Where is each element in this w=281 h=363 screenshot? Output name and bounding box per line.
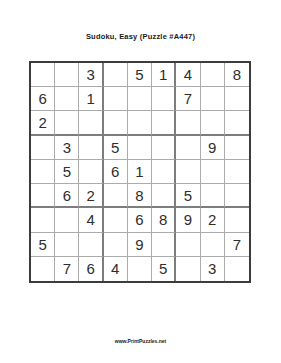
cell-r7c5: 6 <box>128 208 152 232</box>
cell-r6c2: 6 <box>55 184 79 208</box>
cell-r5c5: 1 <box>128 160 152 184</box>
cell-r3c1: 2 <box>31 111 55 135</box>
cell-r2c7: 7 <box>176 87 200 111</box>
print-page: Sudoku, Easy (Puzzle #A447) 351486172359… <box>0 0 281 363</box>
cell-r6c4 <box>104 184 128 208</box>
cell-r7c8: 2 <box>201 208 225 232</box>
cell-r9c3: 6 <box>79 257 103 281</box>
cell-r2c9 <box>225 87 249 111</box>
cell-r4c9 <box>225 136 249 160</box>
cell-r9c9 <box>225 257 249 281</box>
cell-r3c8 <box>201 111 225 135</box>
cell-r3c5 <box>128 111 152 135</box>
cell-r9c5 <box>128 257 152 281</box>
cell-r4c3 <box>79 136 103 160</box>
cell-r9c1 <box>31 257 55 281</box>
cell-r3c4 <box>104 111 128 135</box>
cell-r5c7 <box>176 160 200 184</box>
cell-r8c2 <box>55 233 79 257</box>
cell-r6c9 <box>225 184 249 208</box>
cell-r7c1 <box>31 208 55 232</box>
cell-r2c8 <box>201 87 225 111</box>
cell-r9c7 <box>176 257 200 281</box>
cell-r8c6 <box>152 233 176 257</box>
cell-r9c8: 3 <box>201 257 225 281</box>
cell-r6c5: 8 <box>128 184 152 208</box>
cell-r8c1: 5 <box>31 233 55 257</box>
footer-url: www.PrintPuzzles.net <box>0 338 281 344</box>
cell-r4c4: 5 <box>104 136 128 160</box>
cell-r1c7: 4 <box>176 63 200 87</box>
cell-r6c8 <box>201 184 225 208</box>
cell-r9c2: 7 <box>55 257 79 281</box>
cell-r2c5 <box>128 87 152 111</box>
cell-r3c2 <box>55 111 79 135</box>
cell-r1c9: 8 <box>225 63 249 87</box>
cell-r4c7 <box>176 136 200 160</box>
cell-r5c1 <box>31 160 55 184</box>
cell-r4c6 <box>152 136 176 160</box>
cell-r8c3 <box>79 233 103 257</box>
cell-r7c6: 8 <box>152 208 176 232</box>
cell-r1c3: 3 <box>79 63 103 87</box>
cell-r7c3: 4 <box>79 208 103 232</box>
cell-r1c4 <box>104 63 128 87</box>
cell-r6c1 <box>31 184 55 208</box>
cell-r3c7 <box>176 111 200 135</box>
cell-r9c4: 4 <box>104 257 128 281</box>
cell-r3c6 <box>152 111 176 135</box>
cell-r8c4 <box>104 233 128 257</box>
cell-r6c7: 5 <box>176 184 200 208</box>
cell-r1c8 <box>201 63 225 87</box>
cell-r9c6: 5 <box>152 257 176 281</box>
sudoku-board: 35148617235956162854689259776453 <box>29 61 251 283</box>
cell-r5c3 <box>79 160 103 184</box>
cell-r1c6: 1 <box>152 63 176 87</box>
cell-r5c8 <box>201 160 225 184</box>
cell-r1c2 <box>55 63 79 87</box>
cell-r5c2: 5 <box>55 160 79 184</box>
cell-r1c5: 5 <box>128 63 152 87</box>
cell-r7c2 <box>55 208 79 232</box>
cell-r2c1: 6 <box>31 87 55 111</box>
cell-r8c5: 9 <box>128 233 152 257</box>
cell-r3c9 <box>225 111 249 135</box>
cell-r7c4 <box>104 208 128 232</box>
cell-r4c8: 9 <box>201 136 225 160</box>
cell-r5c4: 6 <box>104 160 128 184</box>
cell-r4c5 <box>128 136 152 160</box>
cell-r5c6 <box>152 160 176 184</box>
cell-r7c9 <box>225 208 249 232</box>
cell-r6c3: 2 <box>79 184 103 208</box>
cell-r8c7 <box>176 233 200 257</box>
cell-r7c7: 9 <box>176 208 200 232</box>
cell-r1c1 <box>31 63 55 87</box>
cell-r2c6 <box>152 87 176 111</box>
page-title: Sudoku, Easy (Puzzle #A447) <box>0 32 281 41</box>
cell-r4c1 <box>31 136 55 160</box>
cell-r2c2 <box>55 87 79 111</box>
cell-r8c8 <box>201 233 225 257</box>
cell-r6c6 <box>152 184 176 208</box>
cell-r5c9 <box>225 160 249 184</box>
cell-r2c4 <box>104 87 128 111</box>
cell-r8c9: 7 <box>225 233 249 257</box>
cell-r4c2: 3 <box>55 136 79 160</box>
cell-r2c3: 1 <box>79 87 103 111</box>
cell-r3c3 <box>79 111 103 135</box>
